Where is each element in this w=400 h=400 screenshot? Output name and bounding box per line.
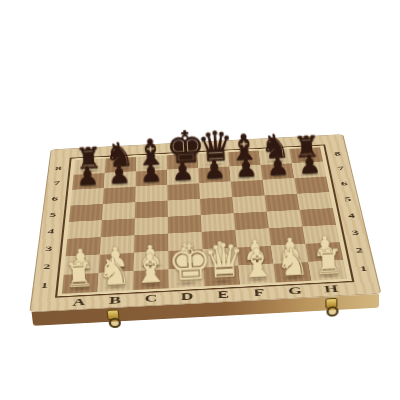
file-label-b: B [97,294,134,308]
piece-white-king: ♚ [166,236,204,288]
rank-label-1: 1 [350,259,378,279]
square-a5 [69,204,103,222]
piece-white-bishop: ♝ [131,248,169,290]
square-h1: ♜ [308,260,347,281]
piece-white-rook: ♜ [310,245,347,280]
file-label-e: E [205,289,242,303]
square-f5 [232,195,266,213]
square-d1: ♚ [169,267,205,288]
piece-white-knight: ♞ [274,242,312,282]
square-g7: ♟ [261,163,295,180]
square-e6 [199,182,232,199]
square-f4 [234,212,269,230]
rank-label-7: 7 [329,160,353,176]
rank-label-3: 3 [342,223,369,241]
square-d5 [168,199,201,217]
piece-black-pawn: ♟ [71,163,104,190]
perspective-scene: ♜♞♝♚♛♝♞♜♟♟♟♟♟♟♟♟♟♟♟♟♟♟♟♟♜♞♝♚♛♝♞♜ ABCDEFG… [33,47,369,383]
brass-clasp-left [105,309,123,330]
rank-label-5: 5 [41,206,65,223]
piece-white-queen: ♛ [202,237,240,285]
piece-white-bishop: ♝ [238,242,276,284]
square-a7: ♟ [72,173,105,190]
file-label-d: D [169,290,205,304]
rank-label-6: 6 [43,190,66,207]
square-c7: ♟ [136,170,168,187]
square-e1: ♛ [204,266,241,287]
square-g4 [267,210,303,228]
piece-black-pawn: ♟ [166,158,199,185]
piece-black-pawn: ♟ [261,153,294,180]
square-e4 [201,213,235,232]
square-d4 [168,215,202,234]
piece-black-pawn: ♟ [198,156,231,183]
piece-white-rook: ♜ [60,258,97,293]
photo-canvas: ♜♞♝♚♛♝♞♜♟♟♟♟♟♟♟♟♟♟♟♟♟♟♟♟♜♞♝♚♛♝♞♜ ABCDEFG… [0,0,400,400]
square-f1: ♝ [238,264,275,285]
file-label-c: C [133,292,169,306]
rank-label-6: 6 [332,175,357,192]
piece-white-knight: ♞ [96,252,134,292]
square-h7: ♟ [292,162,326,179]
square-b7: ♟ [104,171,136,188]
rank-label-8: 8 [47,160,69,176]
piece-black-pawn: ♟ [230,154,263,181]
file-label-g: G [276,285,314,299]
piece-black-pawn: ♟ [134,159,167,186]
square-h4 [300,208,336,226]
brass-clasp-right [324,298,340,319]
square-c5 [135,201,168,219]
rank-label-1: 1 [32,275,58,295]
square-b5 [102,202,135,220]
square-d7: ♟ [167,168,199,185]
rank-label-3: 3 [36,239,61,258]
square-b4 [101,218,135,237]
playing-area-border: ♜♞♝♚♛♝♞♜♟♟♟♟♟♟♟♟♟♟♟♟♟♟♟♟♜♞♝♚♛♝♞♜ [55,144,354,297]
rank-label-5: 5 [335,191,360,208]
rank-label-8: 8 [326,146,350,161]
square-a1: ♜ [62,273,99,294]
board-tilt-wrapper: ♜♞♝♚♛♝♞♜♟♟♟♟♟♟♟♟♟♟♟♟♟♟♟♟♜♞♝♚♛♝♞♜ ABCDEFG… [0,0,400,400]
square-f7: ♟ [230,165,263,182]
rank-label-2: 2 [34,257,59,277]
square-h6 [294,177,329,194]
file-label-a: A [60,296,97,310]
square-g1: ♞ [273,262,311,283]
chess-board: ♜♞♝♚♛♝♞♜♟♟♟♟♟♟♟♟♟♟♟♟♟♟♟♟♜♞♝♚♛♝♞♜ ABCDEFG… [29,134,381,312]
square-c1: ♝ [133,269,169,290]
square-f6 [231,180,265,197]
file-label-f: F [241,287,278,301]
rank-label-7: 7 [45,175,68,191]
rank-label-4: 4 [339,207,365,225]
square-a6 [71,188,104,205]
square-c6 [135,185,167,202]
piece-black-pawn: ♟ [103,161,136,188]
square-c4 [134,217,168,236]
piece-black-pawn: ♟ [293,151,326,178]
square-b1: ♞ [98,271,134,292]
square-a4 [67,220,102,239]
rank-label-4: 4 [39,222,63,240]
square-e5 [200,197,234,215]
file-label-h: H [312,283,350,297]
playing-area: ♜♞♝♚♛♝♞♜♟♟♟♟♟♟♟♟♟♟♟♟♟♟♟♟♜♞♝♚♛♝♞♜ [62,147,347,293]
rank-label-2: 2 [346,241,373,260]
square-g5 [265,194,300,212]
square-h5 [297,192,333,210]
square-e7: ♟ [198,167,231,184]
square-g6 [263,178,297,195]
square-d6 [167,183,200,200]
square-b6 [103,187,136,204]
